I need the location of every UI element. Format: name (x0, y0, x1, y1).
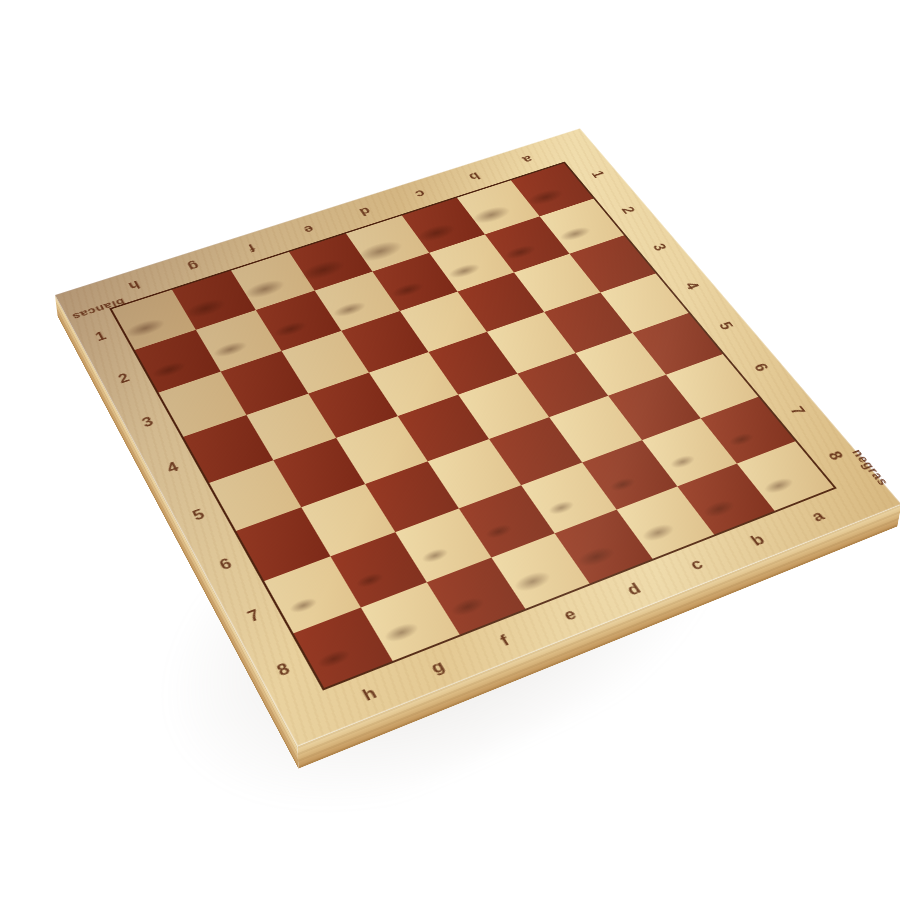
rook-glyph: ♜ (239, 484, 450, 655)
product-photo: hhggffeeddccbbaa1122334455667788 blancas… (0, 0, 900, 900)
scene: hhggffeeddccbbaa1122334455667788 blancas… (0, 0, 900, 900)
pawn-glyph: ♟ (86, 204, 272, 367)
